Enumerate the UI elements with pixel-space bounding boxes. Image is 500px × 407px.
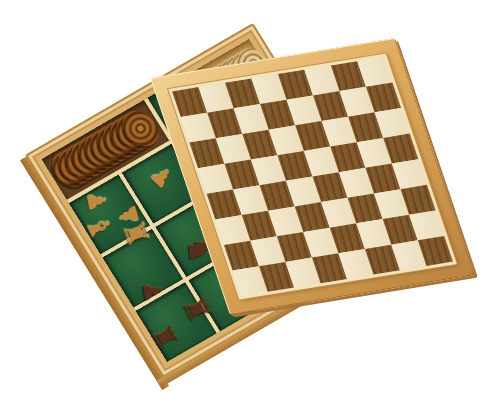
chess-piece-dark-pawn: ♟ [138,279,166,304]
product-photo-chess-set: ♟♝♟♜♟♝♞♜♟♜ [0,0,500,407]
board-squares [172,57,453,296]
